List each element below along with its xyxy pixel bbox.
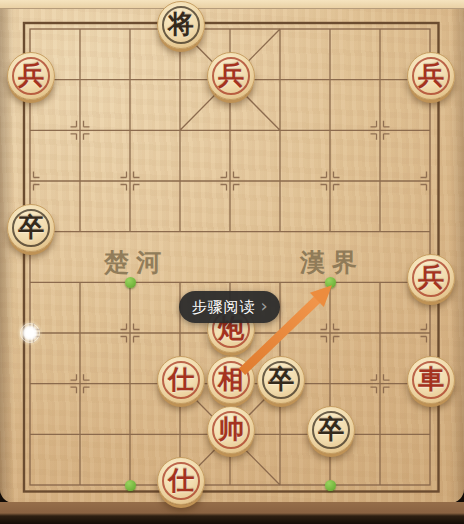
piece-red-elephant[interactable]: 相 [207, 356, 255, 404]
piece-glyph: 将 [168, 11, 194, 37]
piece-glyph: 仕 [168, 366, 194, 392]
piece-glyph: 相 [218, 366, 244, 392]
piece-red-advisor[interactable]: 仕 [157, 457, 205, 505]
river-label-left: 楚河 [104, 250, 168, 276]
piece-glyph: 兵 [418, 264, 444, 290]
piece-black-soldier[interactable]: 卒 [257, 356, 305, 404]
piece-glyph: 兵 [418, 62, 444, 88]
piece-red-soldier[interactable]: 兵 [407, 254, 455, 302]
chevron-right-icon: › [260, 297, 267, 315]
piece-glyph: 卒 [18, 214, 44, 240]
piece-glyph: 仕 [168, 467, 194, 493]
piece-glyph: 兵 [218, 62, 244, 88]
piece-red-red-general[interactable]: 帅 [207, 406, 255, 454]
move-hint-dot[interactable] [325, 480, 336, 491]
xiangqi-board: 楚河 漢界 将兵兵兵卒兵炮仕相卒車帅卒仕 [0, 0, 464, 503]
steps-tooltip-button[interactable]: 步骤阅读 › [179, 291, 280, 323]
table-front-edge [0, 502, 464, 524]
move-hint-dot[interactable] [125, 480, 136, 491]
piece-glyph: 卒 [268, 366, 294, 392]
piece-red-soldier[interactable]: 兵 [207, 52, 255, 100]
sparkle-effect [17, 320, 43, 346]
piece-red-chariot[interactable]: 車 [407, 356, 455, 404]
piece-black-soldier[interactable]: 卒 [307, 406, 355, 454]
piece-glyph: 車 [418, 366, 444, 392]
piece-glyph: 兵 [18, 62, 44, 88]
piece-red-soldier[interactable]: 兵 [407, 52, 455, 100]
piece-glyph: 卒 [318, 416, 344, 442]
piece-red-soldier[interactable]: 兵 [7, 52, 55, 100]
piece-black-soldier[interactable]: 卒 [7, 204, 55, 252]
tooltip-label: 步骤阅读 [191, 298, 255, 317]
piece-red-advisor[interactable]: 仕 [157, 356, 205, 404]
river-label-right: 漢界 [300, 250, 364, 276]
board-top-bevel [0, 0, 464, 9]
move-hint-dot[interactable] [325, 277, 336, 288]
move-hint-dot[interactable] [125, 277, 136, 288]
piece-glyph: 帅 [218, 416, 244, 442]
piece-black-black-general[interactable]: 将 [157, 1, 205, 49]
xiangqi-app-screen: 楚河 漢界 将兵兵兵卒兵炮仕相卒車帅卒仕 步骤阅读 › [0, 0, 464, 524]
